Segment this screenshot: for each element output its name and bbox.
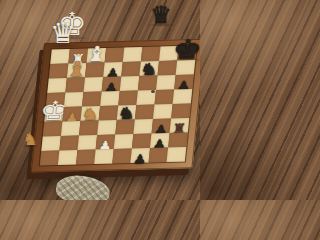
square-a8: [50, 49, 70, 64]
square-e3: [115, 120, 135, 135]
square-c3: [79, 121, 99, 136]
square-c7: [85, 63, 105, 78]
square-h4: [171, 104, 191, 119]
square-a5: [46, 93, 66, 108]
square-a4: ♚: [44, 107, 64, 122]
square-c8: ♝: [87, 48, 107, 63]
chess-board: ♜♝♚♝♟♞♟♟♚♟♞♞♟♜♟♟♟: [40, 46, 197, 166]
square-g5: [155, 90, 175, 105]
square-c4: ♞: [81, 106, 101, 121]
square-c2: [78, 135, 98, 150]
square-d6: ♟: [102, 77, 122, 92]
square-b5: [64, 92, 84, 107]
square-a6: [47, 78, 67, 93]
square-c5: [82, 92, 102, 107]
square-g1: [149, 148, 169, 163]
square-b6: [65, 78, 85, 93]
square-d8: [105, 48, 125, 63]
square-a1: [40, 151, 60, 166]
square-f8: [141, 47, 161, 62]
offboard-white-king: ♚: [58, 8, 87, 40]
square-h6: ♟: [174, 75, 194, 90]
square-d5: [100, 91, 120, 106]
square-e5: [118, 91, 138, 106]
square-f1: ♟: [130, 148, 150, 163]
square-e6: [120, 76, 140, 91]
board-speck: [151, 90, 155, 93]
square-b7: ♝: [67, 63, 87, 78]
square-d2: ♟: [96, 135, 116, 150]
square-e4: ♞: [117, 105, 137, 120]
square-c1: [76, 150, 96, 165]
square-h8: ♚: [177, 46, 197, 61]
square-d7: ♟: [103, 62, 123, 77]
square-h1: [167, 147, 187, 162]
offboard-black-queen: ♛: [150, 3, 172, 27]
square-h7: [176, 60, 196, 75]
square-b3: [61, 121, 81, 136]
square-a2: [41, 136, 61, 151]
square-g2: ♟: [150, 133, 170, 148]
square-h3: ♜: [170, 118, 190, 133]
square-e1: [112, 149, 132, 164]
square-f6: [138, 76, 158, 91]
square-g7: [158, 61, 178, 76]
square-b1: [58, 150, 78, 165]
square-f3: [133, 119, 153, 134]
square-b2: [59, 136, 79, 151]
square-a3: [43, 122, 63, 137]
fabric-object: [54, 173, 111, 200]
square-h2: [168, 133, 188, 148]
square-g6: [156, 75, 176, 90]
square-b4: ♟: [62, 107, 82, 122]
square-e2: [114, 134, 134, 149]
square-f2: [132, 134, 152, 149]
square-f7: ♞: [139, 61, 159, 76]
square-f4: [135, 105, 155, 120]
square-g8: [159, 46, 179, 61]
square-d1: [94, 149, 114, 164]
square-d3: [97, 120, 117, 135]
piece-black-pawn-f1: ♟: [133, 153, 147, 165]
square-e7: [121, 62, 141, 77]
square-b8: ♜: [68, 49, 88, 64]
photo-wooden-chess-game: { "game": "chess", "scene": "overhead an…: [0, 0, 200, 200]
square-d4: [99, 106, 119, 121]
square-a7: [49, 64, 69, 79]
square-g3: ♟: [152, 119, 172, 134]
square-c6: [84, 77, 104, 92]
square-e8: [123, 47, 143, 62]
chess-board-box: ♜♝♚♝♟♞♟♟♚♟♞♞♟♜♟♟♟: [31, 39, 200, 173]
square-g4: [153, 104, 173, 119]
square-h5: [173, 89, 193, 104]
